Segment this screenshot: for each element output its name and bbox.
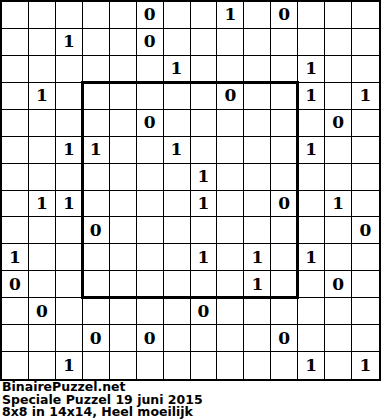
cell-r11c9[interactable] (244, 298, 271, 325)
cell-value: 0 (90, 330, 102, 347)
cell-value: 1 (198, 168, 210, 185)
cell-r2c12[interactable] (325, 56, 352, 83)
puzzle-board-wrap: 0101011101100111111110100111101000000111 (0, 0, 381, 381)
cell-r6c10[interactable] (271, 164, 298, 191)
cell-r6c8[interactable] (217, 164, 244, 191)
cell-r10c12[interactable]: 0 (325, 271, 352, 298)
cell-r11c3[interactable] (83, 298, 110, 325)
cell-r5c2[interactable]: 1 (56, 137, 83, 164)
cell-r10c4[interactable] (110, 271, 137, 298)
cell-value: 0 (198, 303, 210, 320)
cell-r8c5[interactable] (137, 217, 164, 244)
cell-r4c8[interactable] (217, 110, 244, 137)
cell-r2c7[interactable] (191, 56, 218, 83)
cell-r2c13[interactable] (352, 56, 379, 83)
cell-r4c9[interactable] (244, 110, 271, 137)
cell-r6c6[interactable] (164, 164, 191, 191)
cell-r4c1[interactable] (29, 110, 56, 137)
cell-r12c5[interactable]: 0 (137, 325, 164, 352)
cell-r11c4[interactable] (110, 298, 137, 325)
cell-r10c1[interactable] (29, 271, 56, 298)
cell-value: 1 (198, 249, 210, 266)
cell-r0c5[interactable]: 0 (137, 2, 164, 29)
cell-r7c10[interactable]: 0 (271, 191, 298, 218)
cell-r6c5[interactable] (137, 164, 164, 191)
cell-value: 0 (144, 330, 156, 347)
cell-r9c6[interactable] (164, 244, 191, 271)
cell-r7c1[interactable]: 1 (29, 191, 56, 218)
cell-r4c5[interactable]: 0 (137, 110, 164, 137)
cell-r4c6[interactable] (164, 110, 191, 137)
cell-r10c5[interactable] (137, 271, 164, 298)
cell-r13c12[interactable] (325, 352, 352, 379)
cell-r5c5[interactable] (137, 137, 164, 164)
cell-r3c8[interactable]: 0 (217, 83, 244, 110)
cell-r9c2[interactable] (56, 244, 83, 271)
cell-r12c9[interactable] (244, 325, 271, 352)
cell-r1c3[interactable] (83, 29, 110, 56)
cell-r6c11[interactable] (298, 164, 325, 191)
cell-r11c7[interactable]: 0 (191, 298, 218, 325)
cell-value: 1 (251, 249, 263, 266)
cell-value: 1 (63, 33, 75, 50)
cell-r0c11[interactable] (298, 2, 325, 29)
cell-r8c2[interactable] (56, 217, 83, 244)
cell-r7c5[interactable] (137, 191, 164, 218)
cell-r2c9[interactable] (244, 56, 271, 83)
cell-r5c7[interactable] (191, 137, 218, 164)
cell-r5c11[interactable]: 1 (298, 137, 325, 164)
cell-r11c12[interactable] (325, 298, 352, 325)
cell-r2c2[interactable] (56, 56, 83, 83)
cell-r0c9[interactable] (244, 2, 271, 29)
cell-r5c8[interactable] (217, 137, 244, 164)
cell-r10c6[interactable] (164, 271, 191, 298)
cell-value: 0 (224, 87, 236, 104)
cell-r2c8[interactable] (217, 56, 244, 83)
cell-r10c7[interactable] (191, 271, 218, 298)
cell-value: 1 (305, 87, 317, 104)
cell-r1c10[interactable] (271, 29, 298, 56)
cell-r8c6[interactable] (164, 217, 191, 244)
cell-value: 1 (332, 195, 344, 212)
cell-r12c12[interactable] (325, 325, 352, 352)
cell-r9c12[interactable] (325, 244, 352, 271)
cell-value: 1 (360, 357, 372, 374)
cell-value: 0 (332, 276, 344, 293)
cell-r3c4[interactable] (110, 83, 137, 110)
cell-r0c12[interactable] (325, 2, 352, 29)
cell-r3c13[interactable]: 1 (352, 83, 379, 110)
cell-r0c10[interactable]: 0 (271, 2, 298, 29)
cell-r8c7[interactable] (191, 217, 218, 244)
cell-r4c11[interactable] (298, 110, 325, 137)
cell-value: 0 (278, 330, 290, 347)
cell-r3c11[interactable]: 1 (298, 83, 325, 110)
cell-r12c3[interactable]: 0 (83, 325, 110, 352)
cell-r4c7[interactable] (191, 110, 218, 137)
cell-r4c13[interactable] (352, 110, 379, 137)
cell-value: 1 (36, 87, 48, 104)
cell-r11c1[interactable]: 0 (29, 298, 56, 325)
cell-r2c1[interactable] (29, 56, 56, 83)
cell-r12c8[interactable] (217, 325, 244, 352)
cell-r9c3[interactable] (83, 244, 110, 271)
cell-r13c4[interactable] (110, 352, 137, 379)
cell-r4c12[interactable]: 0 (325, 110, 352, 137)
cell-r9c13[interactable] (352, 244, 379, 271)
cell-r13c5[interactable] (137, 352, 164, 379)
cell-r5c1[interactable] (29, 137, 56, 164)
cell-r3c5[interactable] (137, 83, 164, 110)
cell-r6c13[interactable] (352, 164, 379, 191)
cell-r2c11[interactable]: 1 (298, 56, 325, 83)
cell-r11c11[interactable] (298, 298, 325, 325)
cell-r1c0[interactable] (2, 29, 29, 56)
cell-r6c9[interactable] (244, 164, 271, 191)
cell-r3c12[interactable] (325, 83, 352, 110)
cell-r12c1[interactable] (29, 325, 56, 352)
cell-value: 0 (278, 195, 290, 212)
cell-r3c7[interactable] (191, 83, 218, 110)
cell-r8c11[interactable] (298, 217, 325, 244)
cell-r10c10[interactable] (271, 271, 298, 298)
cell-r6c7[interactable]: 1 (191, 164, 218, 191)
cell-r0c4[interactable] (110, 2, 137, 29)
cell-value: 1 (9, 249, 21, 266)
cell-r5c0[interactable] (2, 137, 29, 164)
cell-r11c8[interactable] (217, 298, 244, 325)
cell-r1c4[interactable] (110, 29, 137, 56)
cell-value: 1 (63, 141, 75, 158)
cell-r2c6[interactable]: 1 (164, 56, 191, 83)
cell-r10c3[interactable] (83, 271, 110, 298)
cell-r9c0[interactable]: 1 (2, 244, 29, 271)
cell-r9c11[interactable]: 1 (298, 244, 325, 271)
cell-r0c13[interactable] (352, 2, 379, 29)
cell-r13c8[interactable] (217, 352, 244, 379)
cell-r2c3[interactable] (83, 56, 110, 83)
cell-r12c4[interactable] (110, 325, 137, 352)
cell-r1c7[interactable] (191, 29, 218, 56)
cell-r7c3[interactable] (83, 191, 110, 218)
cell-r8c10[interactable] (271, 217, 298, 244)
cell-r5c12[interactable] (325, 137, 352, 164)
cell-r7c6[interactable] (164, 191, 191, 218)
cell-r1c8[interactable] (217, 29, 244, 56)
cell-value: 1 (171, 60, 183, 77)
cell-value: 1 (63, 357, 75, 374)
cell-r8c3[interactable]: 0 (83, 217, 110, 244)
cell-r0c8[interactable]: 1 (217, 2, 244, 29)
cell-r13c2[interactable]: 1 (56, 352, 83, 379)
cell-r2c10[interactable] (271, 56, 298, 83)
cell-r10c2[interactable] (56, 271, 83, 298)
cell-r4c10[interactable] (271, 110, 298, 137)
puzzle-board: 0101011101100111111110100111101000000111 (0, 0, 381, 381)
cell-r10c9[interactable]: 1 (244, 271, 271, 298)
cell-r6c2[interactable] (56, 164, 83, 191)
footer: BinairePuzzel.net Speciale Puzzel 19 jun… (2, 381, 381, 419)
cell-r12c11[interactable] (298, 325, 325, 352)
cell-r8c8[interactable] (217, 217, 244, 244)
cell-r4c4[interactable] (110, 110, 137, 137)
cell-value: 1 (198, 195, 210, 212)
cell-r0c7[interactable] (191, 2, 218, 29)
cell-value: 0 (144, 6, 156, 23)
cell-r11c13[interactable] (352, 298, 379, 325)
cell-r7c11[interactable] (298, 191, 325, 218)
cell-value: 1 (305, 357, 317, 374)
cell-r10c13[interactable] (352, 271, 379, 298)
cell-value: 1 (63, 195, 75, 212)
cell-r7c7[interactable]: 1 (191, 191, 218, 218)
cell-r5c13[interactable] (352, 137, 379, 164)
cell-r0c2[interactable] (56, 2, 83, 29)
cell-r0c1[interactable] (29, 2, 56, 29)
cell-r0c3[interactable] (83, 2, 110, 29)
cell-value: 0 (36, 303, 48, 320)
cell-r11c0[interactable] (2, 298, 29, 325)
cell-r9c5[interactable] (137, 244, 164, 271)
cell-r5c3[interactable]: 1 (83, 137, 110, 164)
cell-r5c4[interactable] (110, 137, 137, 164)
cell-r3c10[interactable] (271, 83, 298, 110)
cell-value: 1 (360, 87, 372, 104)
cell-value: 0 (332, 114, 344, 131)
cell-r5c6[interactable]: 1 (164, 137, 191, 164)
cell-r7c2[interactable]: 1 (56, 191, 83, 218)
cell-r3c6[interactable] (164, 83, 191, 110)
cell-r6c1[interactable] (29, 164, 56, 191)
cell-r10c8[interactable] (217, 271, 244, 298)
cell-value: 1 (251, 276, 263, 293)
cell-r9c8[interactable] (217, 244, 244, 271)
cell-r0c6[interactable] (164, 2, 191, 29)
cell-r7c8[interactable] (217, 191, 244, 218)
cell-r8c0[interactable] (2, 217, 29, 244)
cell-r13c3[interactable] (83, 352, 110, 379)
cell-r1c2[interactable]: 1 (56, 29, 83, 56)
cell-r13c13[interactable]: 1 (352, 352, 379, 379)
cell-r12c10[interactable]: 0 (271, 325, 298, 352)
cell-r2c4[interactable] (110, 56, 137, 83)
cell-r8c9[interactable] (244, 217, 271, 244)
cell-r1c13[interactable] (352, 29, 379, 56)
cell-r7c13[interactable] (352, 191, 379, 218)
cell-r4c3[interactable] (83, 110, 110, 137)
cell-r8c1[interactable] (29, 217, 56, 244)
cell-r1c9[interactable] (244, 29, 271, 56)
cell-value: 1 (305, 249, 317, 266)
cell-r1c1[interactable] (29, 29, 56, 56)
cell-r12c13[interactable] (352, 325, 379, 352)
puzzle-subtitle: 8x8 in 14x14, Heel moeilijk (2, 406, 381, 419)
cell-r10c0[interactable]: 0 (2, 271, 29, 298)
cell-value: 1 (305, 141, 317, 158)
cell-value: 1 (90, 141, 102, 158)
cell-value: 1 (305, 60, 317, 77)
cell-r9c9[interactable]: 1 (244, 244, 271, 271)
cell-r5c9[interactable] (244, 137, 271, 164)
cell-r13c10[interactable] (271, 352, 298, 379)
cell-r13c6[interactable] (164, 352, 191, 379)
cell-value: 0 (278, 6, 290, 23)
cell-r1c11[interactable] (298, 29, 325, 56)
cell-r1c6[interactable] (164, 29, 191, 56)
cell-r7c12[interactable]: 1 (325, 191, 352, 218)
cell-value: 1 (171, 141, 183, 158)
cell-r8c13[interactable]: 0 (352, 217, 379, 244)
binary-puzzle-page: 0101011101100111111110100111101000000111… (0, 0, 381, 419)
cell-r3c9[interactable] (244, 83, 271, 110)
cell-r4c2[interactable] (56, 110, 83, 137)
cell-r9c7[interactable]: 1 (191, 244, 218, 271)
cell-r12c2[interactable] (56, 325, 83, 352)
cell-r9c1[interactable] (29, 244, 56, 271)
cell-r11c2[interactable] (56, 298, 83, 325)
cell-r13c1[interactable] (29, 352, 56, 379)
cell-value: 1 (36, 195, 48, 212)
cell-r9c4[interactable] (110, 244, 137, 271)
cell-r7c0[interactable] (2, 191, 29, 218)
cell-r6c12[interactable] (325, 164, 352, 191)
cell-r1c5[interactable]: 0 (137, 29, 164, 56)
cell-r0c0[interactable] (2, 2, 29, 29)
cell-r12c7[interactable] (191, 325, 218, 352)
cell-value: 1 (224, 6, 236, 23)
cell-value: 0 (90, 222, 102, 239)
cell-r12c6[interactable] (164, 325, 191, 352)
cell-r6c4[interactable] (110, 164, 137, 191)
cell-r4c0[interactable] (2, 110, 29, 137)
cell-r6c0[interactable] (2, 164, 29, 191)
cell-value: 0 (144, 114, 156, 131)
cell-r3c0[interactable] (2, 83, 29, 110)
cell-r3c2[interactable] (56, 83, 83, 110)
cell-r7c4[interactable] (110, 191, 137, 218)
cell-r9c10[interactable] (271, 244, 298, 271)
cell-value: 0 (144, 33, 156, 50)
cell-r2c5[interactable] (137, 56, 164, 83)
cell-r13c0[interactable] (2, 352, 29, 379)
cell-r3c1[interactable]: 1 (29, 83, 56, 110)
cell-r10c11[interactable] (298, 271, 325, 298)
cell-r3c3[interactable] (83, 83, 110, 110)
cell-r13c7[interactable] (191, 352, 218, 379)
cell-value: 0 (9, 276, 21, 293)
cell-r13c9[interactable] (244, 352, 271, 379)
cell-r13c11[interactable]: 1 (298, 352, 325, 379)
cell-r11c5[interactable] (137, 298, 164, 325)
cell-r2c0[interactable] (2, 56, 29, 83)
cell-r7c9[interactable] (244, 191, 271, 218)
cell-r11c6[interactable] (164, 298, 191, 325)
cell-r1c12[interactable] (325, 29, 352, 56)
cell-r5c10[interactable] (271, 137, 298, 164)
cell-r6c3[interactable] (83, 164, 110, 191)
cell-r8c4[interactable] (110, 217, 137, 244)
cell-value: 0 (360, 222, 372, 239)
cell-r11c10[interactable] (271, 298, 298, 325)
cell-r8c12[interactable] (325, 217, 352, 244)
cell-r12c0[interactable] (2, 325, 29, 352)
